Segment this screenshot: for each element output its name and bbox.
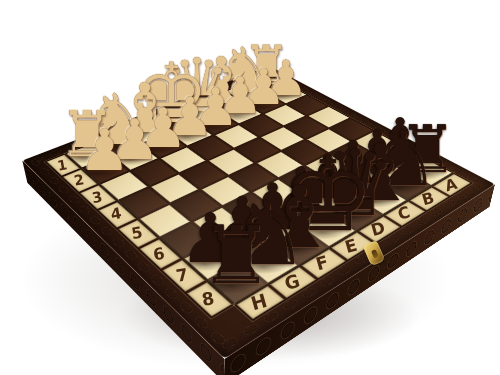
clasp-keyhole — [371, 249, 379, 258]
file-label-cell-H — [236, 286, 284, 320]
chess-board-box — [22, 66, 495, 359]
product-photo: 12345678HGFEDCBA♜♞♝♚♛♝♞♜♟♟♟♟♟♟♟♟♟♟♟♟♟♟♟♟… — [0, 0, 500, 375]
carved-rim-bottom — [214, 178, 492, 356]
